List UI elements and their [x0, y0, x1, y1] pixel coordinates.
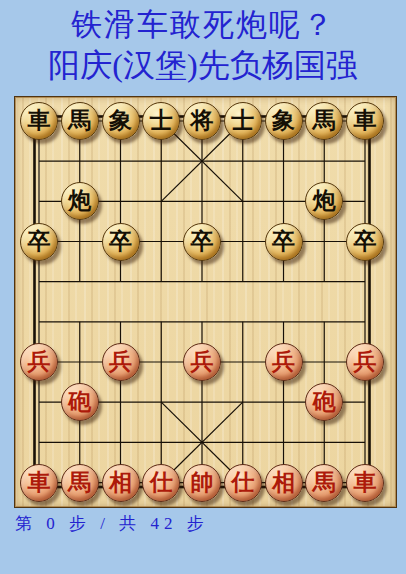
xiangqi-piece[interactable]: 馬 — [61, 102, 99, 140]
xiangqi-board[interactable]: 車馬象士将士象馬車炮炮卒卒卒卒卒兵兵兵兵兵砲砲車馬相仕帥仕相馬車 — [14, 96, 397, 508]
xiangqi-piece[interactable]: 象 — [102, 102, 140, 140]
board-grid — [15, 97, 398, 509]
piece-glyph: 象 — [109, 103, 132, 139]
piece-glyph: 兵 — [109, 344, 132, 380]
xiangqi-piece[interactable]: 士 — [224, 102, 262, 140]
piece-glyph: 相 — [109, 465, 132, 501]
xiangqi-piece[interactable]: 馬 — [61, 464, 99, 502]
piece-glyph: 炮 — [68, 183, 91, 219]
xiangqi-piece[interactable]: 相 — [102, 464, 140, 502]
piece-glyph: 車 — [28, 103, 51, 139]
app-window: 铁滑车敢死炮呢？ 阳庆(汉堡)先负杨国强 車馬象士将士象馬車炮炮卒卒卒卒卒兵兵兵… — [0, 0, 406, 574]
xiangqi-piece[interactable]: 卒 — [183, 223, 221, 261]
piece-glyph: 卒 — [109, 224, 132, 260]
xiangqi-piece[interactable]: 兵 — [102, 343, 140, 381]
xiangqi-piece[interactable]: 士 — [142, 102, 180, 140]
piece-glyph: 兵 — [272, 344, 295, 380]
xiangqi-piece[interactable]: 兵 — [265, 343, 303, 381]
title-block: 铁滑车敢死炮呢？ 阳庆(汉堡)先负杨国强 — [0, 4, 406, 86]
piece-glyph: 兵 — [28, 344, 51, 380]
piece-glyph: 車 — [28, 465, 51, 501]
piece-glyph: 炮 — [313, 183, 336, 219]
piece-glyph: 馬 — [68, 103, 91, 139]
piece-glyph: 仕 — [231, 465, 254, 501]
xiangqi-piece[interactable]: 車 — [346, 464, 384, 502]
piece-glyph: 卒 — [354, 224, 377, 260]
xiangqi-piece[interactable]: 馬 — [305, 464, 343, 502]
xiangqi-piece[interactable]: 炮 — [61, 182, 99, 220]
title-line-2: 阳庆(汉堡)先负杨国强 — [0, 45, 406, 86]
piece-glyph: 兵 — [191, 344, 214, 380]
piece-glyph: 士 — [231, 103, 254, 139]
xiangqi-piece[interactable]: 兵 — [346, 343, 384, 381]
piece-glyph: 砲 — [313, 384, 336, 420]
piece-glyph: 士 — [150, 103, 173, 139]
piece-glyph: 卒 — [272, 224, 295, 260]
xiangqi-piece[interactable]: 仕 — [142, 464, 180, 502]
xiangqi-piece[interactable]: 車 — [346, 102, 384, 140]
xiangqi-piece[interactable]: 兵 — [183, 343, 221, 381]
piece-glyph: 馬 — [313, 465, 336, 501]
piece-glyph: 相 — [272, 465, 295, 501]
piece-glyph: 象 — [272, 103, 295, 139]
piece-glyph: 仕 — [150, 465, 173, 501]
xiangqi-piece[interactable]: 馬 — [305, 102, 343, 140]
xiangqi-piece[interactable]: 兵 — [20, 343, 58, 381]
piece-glyph: 砲 — [68, 384, 91, 420]
piece-glyph: 馬 — [313, 103, 336, 139]
move-counter: 第 0 步 / 共 42 步 — [15, 512, 395, 536]
xiangqi-piece[interactable]: 車 — [20, 464, 58, 502]
piece-glyph: 帥 — [191, 465, 214, 501]
xiangqi-piece[interactable]: 卒 — [102, 223, 140, 261]
title-line-1: 铁滑车敢死炮呢？ — [0, 4, 406, 45]
piece-glyph: 卒 — [191, 224, 214, 260]
xiangqi-piece[interactable]: 卒 — [20, 223, 58, 261]
xiangqi-piece[interactable]: 将 — [183, 102, 221, 140]
xiangqi-piece[interactable]: 卒 — [265, 223, 303, 261]
xiangqi-piece[interactable]: 砲 — [61, 383, 99, 421]
xiangqi-piece[interactable]: 帥 — [183, 464, 221, 502]
xiangqi-piece[interactable]: 車 — [20, 102, 58, 140]
piece-glyph: 車 — [354, 465, 377, 501]
xiangqi-piece[interactable]: 象 — [265, 102, 303, 140]
xiangqi-piece[interactable]: 卒 — [346, 223, 384, 261]
piece-glyph: 将 — [191, 103, 214, 139]
piece-glyph: 兵 — [354, 344, 377, 380]
piece-glyph: 馬 — [68, 465, 91, 501]
xiangqi-piece[interactable]: 仕 — [224, 464, 262, 502]
piece-glyph: 車 — [354, 103, 377, 139]
piece-glyph: 卒 — [28, 224, 51, 260]
xiangqi-piece[interactable]: 相 — [265, 464, 303, 502]
